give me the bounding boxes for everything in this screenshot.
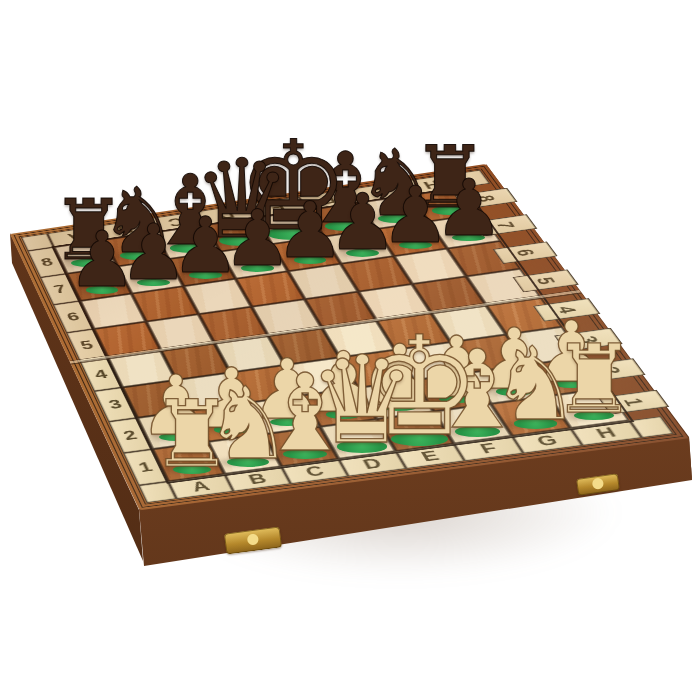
piece-white-rook[interactable]: ♜ — [146, 388, 239, 481]
chess-set-photo: ABCDEFGH8877665544332211ABCDEFGH ♜♞♝♛♚♝♞… — [0, 0, 700, 700]
pieces-layer: ♜♞♝♛♚♝♞♜♟♟♟♟♟♟♟♟♟♟♟♟♟♟♟♟♜♞♝♛♚♝♞♜ — [0, 0, 700, 700]
piece-black-pawn[interactable]: ♟ — [64, 222, 141, 299]
